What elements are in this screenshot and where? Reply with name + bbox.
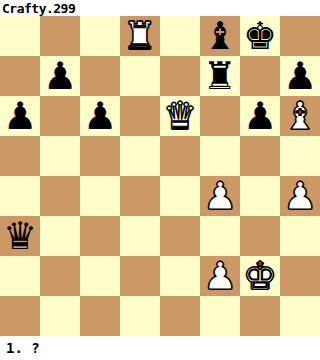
square-g5[interactable] — [240, 136, 280, 176]
square-c8[interactable] — [80, 16, 120, 56]
square-b2[interactable] — [40, 256, 80, 296]
chess-diagram-window: Crafty.299 ♜♝♚♟♜♟♟♟♛♟♝♟♟♛♟♚ 1. ? — [0, 0, 320, 360]
square-h2[interactable] — [280, 256, 320, 296]
square-h3[interactable] — [280, 216, 320, 256]
square-a2[interactable] — [0, 256, 40, 296]
piece-white-rook: ♜ — [123, 16, 157, 56]
piece-black-queen: ♛ — [3, 216, 37, 256]
piece-black-pawn: ♟ — [243, 96, 277, 136]
square-a7[interactable] — [0, 56, 40, 96]
square-g8[interactable]: ♚ — [240, 16, 280, 56]
piece-white-pawn: ♟ — [283, 176, 317, 216]
piece-black-king: ♚ — [243, 16, 277, 56]
square-c2[interactable] — [80, 256, 120, 296]
square-g4[interactable] — [240, 176, 280, 216]
square-b6[interactable] — [40, 96, 80, 136]
square-e2[interactable] — [160, 256, 200, 296]
square-e4[interactable] — [160, 176, 200, 216]
square-d5[interactable] — [120, 136, 160, 176]
square-b7[interactable]: ♟ — [40, 56, 80, 96]
piece-white-pawn: ♟ — [203, 256, 237, 296]
square-d1[interactable] — [120, 296, 160, 336]
square-c5[interactable] — [80, 136, 120, 176]
square-f5[interactable] — [200, 136, 240, 176]
engine-title: Crafty.299 — [2, 1, 75, 16]
square-a8[interactable] — [0, 16, 40, 56]
piece-white-bishop: ♝ — [283, 96, 317, 136]
square-f8[interactable]: ♝ — [200, 16, 240, 56]
square-e6[interactable]: ♛ — [160, 96, 200, 136]
square-d6[interactable] — [120, 96, 160, 136]
square-e1[interactable] — [160, 296, 200, 336]
square-g1[interactable] — [240, 296, 280, 336]
square-h4[interactable]: ♟ — [280, 176, 320, 216]
square-g2[interactable]: ♚ — [240, 256, 280, 296]
square-d7[interactable] — [120, 56, 160, 96]
piece-black-pawn: ♟ — [83, 96, 117, 136]
square-f2[interactable]: ♟ — [200, 256, 240, 296]
square-d3[interactable] — [120, 216, 160, 256]
square-d2[interactable] — [120, 256, 160, 296]
square-g7[interactable] — [240, 56, 280, 96]
piece-white-queen: ♛ — [163, 96, 197, 136]
square-b1[interactable] — [40, 296, 80, 336]
square-b5[interactable] — [40, 136, 80, 176]
square-e5[interactable] — [160, 136, 200, 176]
square-h1[interactable] — [280, 296, 320, 336]
square-a6[interactable]: ♟ — [0, 96, 40, 136]
piece-black-pawn: ♟ — [43, 56, 77, 96]
square-c1[interactable] — [80, 296, 120, 336]
move-prompt-bar: 1. ? — [0, 336, 320, 360]
move-prompt: 1. ? — [6, 340, 40, 356]
piece-black-pawn: ♟ — [3, 96, 37, 136]
square-f6[interactable] — [200, 96, 240, 136]
square-f4[interactable]: ♟ — [200, 176, 240, 216]
engine-title-bar: Crafty.299 — [0, 0, 320, 16]
square-c6[interactable]: ♟ — [80, 96, 120, 136]
square-b4[interactable] — [40, 176, 80, 216]
square-h6[interactable]: ♝ — [280, 96, 320, 136]
square-b3[interactable] — [40, 216, 80, 256]
square-e3[interactable] — [160, 216, 200, 256]
square-a5[interactable] — [0, 136, 40, 176]
square-h8[interactable] — [280, 16, 320, 56]
square-d4[interactable] — [120, 176, 160, 216]
square-f1[interactable] — [200, 296, 240, 336]
square-c7[interactable] — [80, 56, 120, 96]
square-f7[interactable]: ♜ — [200, 56, 240, 96]
square-a1[interactable] — [0, 296, 40, 336]
square-c3[interactable] — [80, 216, 120, 256]
chess-board: ♜♝♚♟♜♟♟♟♛♟♝♟♟♛♟♚ — [0, 16, 320, 336]
square-f3[interactable] — [200, 216, 240, 256]
square-e8[interactable] — [160, 16, 200, 56]
piece-black-pawn: ♟ — [283, 56, 317, 96]
square-h7[interactable]: ♟ — [280, 56, 320, 96]
square-c4[interactable] — [80, 176, 120, 216]
square-b8[interactable] — [40, 16, 80, 56]
square-d8[interactable]: ♜ — [120, 16, 160, 56]
square-e7[interactable] — [160, 56, 200, 96]
square-h5[interactable] — [280, 136, 320, 176]
square-a4[interactable] — [0, 176, 40, 216]
square-a3[interactable]: ♛ — [0, 216, 40, 256]
piece-black-rook: ♜ — [203, 56, 237, 96]
square-g6[interactable]: ♟ — [240, 96, 280, 136]
piece-white-pawn: ♟ — [203, 176, 237, 216]
piece-white-king: ♚ — [243, 256, 277, 296]
square-g3[interactable] — [240, 216, 280, 256]
piece-black-bishop: ♝ — [203, 16, 237, 56]
